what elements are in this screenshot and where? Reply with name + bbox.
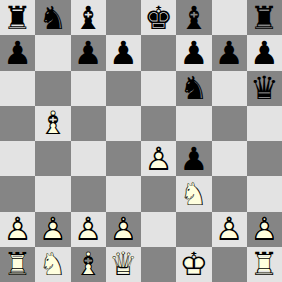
piece-black-pawn[interactable]: ♟: [106, 35, 141, 70]
piece-black-knight[interactable]: ♞: [176, 71, 211, 106]
piece-black-pawn[interactable]: ♟: [0, 35, 35, 70]
square-e7[interactable]: [141, 35, 176, 70]
square-g1[interactable]: [212, 247, 247, 282]
piece-white-pawn[interactable]: ♟: [141, 141, 176, 176]
square-g8[interactable]: [212, 0, 247, 35]
piece-white-knight-outline-icon: ♘: [35, 247, 70, 282]
square-g7[interactable]: ♟: [212, 35, 247, 70]
square-a8[interactable]: ♜: [0, 0, 35, 35]
piece-black-queen[interactable]: ♛: [247, 71, 282, 106]
square-f7[interactable]: ♟: [176, 35, 211, 70]
square-g3[interactable]: [212, 176, 247, 211]
piece-white-bishop-outline-icon: ♗: [35, 106, 70, 141]
square-c5[interactable]: [71, 106, 106, 141]
square-e4[interactable]: ♟♙: [141, 141, 176, 176]
square-e8[interactable]: ♚: [141, 0, 176, 35]
square-b5[interactable]: ♝♗: [35, 106, 70, 141]
piece-white-rook[interactable]: ♜: [0, 247, 35, 282]
piece-white-pawn[interactable]: ♟: [35, 212, 70, 247]
piece-black-knight[interactable]: ♞: [35, 0, 70, 35]
piece-white-pawn-outline-icon: ♙: [0, 212, 35, 247]
square-b3[interactable]: [35, 176, 70, 211]
square-c4[interactable]: [71, 141, 106, 176]
square-e3[interactable]: [141, 176, 176, 211]
piece-white-king[interactable]: ♚: [176, 247, 211, 282]
square-c2[interactable]: ♟♙: [71, 212, 106, 247]
square-c7[interactable]: ♟: [71, 35, 106, 70]
piece-black-bishop[interactable]: ♝: [176, 0, 211, 35]
piece-white-queen[interactable]: ♛: [106, 247, 141, 282]
piece-white-bishop[interactable]: ♝: [35, 106, 70, 141]
square-f1[interactable]: ♚♔: [176, 247, 211, 282]
piece-white-knight[interactable]: ♞: [176, 176, 211, 211]
square-h2[interactable]: ♟♙: [247, 212, 282, 247]
square-d5[interactable]: [106, 106, 141, 141]
square-a5[interactable]: [0, 106, 35, 141]
piece-black-rook[interactable]: ♜: [247, 0, 282, 35]
square-a7[interactable]: ♟: [0, 35, 35, 70]
piece-white-pawn-outline-icon: ♙: [35, 212, 70, 247]
piece-white-pawn[interactable]: ♟: [212, 212, 247, 247]
piece-black-pawn[interactable]: ♟: [176, 35, 211, 70]
square-d4[interactable]: [106, 141, 141, 176]
square-f8[interactable]: ♝: [176, 0, 211, 35]
piece-white-knight-outline-icon: ♘: [176, 176, 211, 211]
square-c1[interactable]: ♝♗: [71, 247, 106, 282]
square-e1[interactable]: [141, 247, 176, 282]
piece-white-knight[interactable]: ♞: [35, 247, 70, 282]
piece-white-pawn[interactable]: ♟: [71, 212, 106, 247]
piece-white-pawn[interactable]: ♟: [247, 212, 282, 247]
piece-black-king[interactable]: ♚: [141, 0, 176, 35]
square-b2[interactable]: ♟♙: [35, 212, 70, 247]
square-d2[interactable]: ♟♙: [106, 212, 141, 247]
square-a3[interactable]: [0, 176, 35, 211]
square-b7[interactable]: [35, 35, 70, 70]
piece-white-bishop[interactable]: ♝: [71, 247, 106, 282]
square-h3[interactable]: [247, 176, 282, 211]
square-h4[interactable]: [247, 141, 282, 176]
square-d6[interactable]: [106, 71, 141, 106]
square-a6[interactable]: [0, 71, 35, 106]
square-b8[interactable]: ♞: [35, 0, 70, 35]
square-c3[interactable]: [71, 176, 106, 211]
chess-board: ♜♞♝♚♝♜♟♟♟♟♟♟♞♛♝♗♟♙♟♞♘♟♙♟♙♟♙♟♙♟♙♟♙♜♖♞♘♝♗♛…: [0, 0, 282, 282]
piece-white-rook[interactable]: ♜: [247, 247, 282, 282]
piece-black-pawn[interactable]: ♟: [176, 141, 211, 176]
square-a2[interactable]: ♟♙: [0, 212, 35, 247]
square-h1[interactable]: ♜♖: [247, 247, 282, 282]
square-d8[interactable]: [106, 0, 141, 35]
piece-white-rook-outline-icon: ♖: [0, 247, 35, 282]
square-f6[interactable]: ♞: [176, 71, 211, 106]
square-d7[interactable]: ♟: [106, 35, 141, 70]
square-b1[interactable]: ♞♘: [35, 247, 70, 282]
piece-white-pawn-outline-icon: ♙: [247, 212, 282, 247]
square-f2[interactable]: [176, 212, 211, 247]
square-e6[interactable]: [141, 71, 176, 106]
square-f3[interactable]: ♞♘: [176, 176, 211, 211]
square-a4[interactable]: [0, 141, 35, 176]
square-f4[interactable]: ♟: [176, 141, 211, 176]
piece-black-pawn[interactable]: ♟: [212, 35, 247, 70]
piece-white-pawn-outline-icon: ♙: [71, 212, 106, 247]
square-f5[interactable]: [176, 106, 211, 141]
square-h7[interactable]: ♟: [247, 35, 282, 70]
piece-black-pawn[interactable]: ♟: [247, 35, 282, 70]
piece-white-pawn[interactable]: ♟: [106, 212, 141, 247]
piece-white-queen-outline-icon: ♕: [106, 247, 141, 282]
square-h5[interactable]: [247, 106, 282, 141]
piece-white-rook-outline-icon: ♖: [247, 247, 282, 282]
square-c6[interactable]: [71, 71, 106, 106]
square-d1[interactable]: ♛♕: [106, 247, 141, 282]
square-d3[interactable]: [106, 176, 141, 211]
square-b6[interactable]: [35, 71, 70, 106]
square-h8[interactable]: ♜: [247, 0, 282, 35]
square-g4[interactable]: [212, 141, 247, 176]
square-a1[interactable]: ♜♖: [0, 247, 35, 282]
piece-white-pawn-outline-icon: ♙: [141, 141, 176, 176]
piece-white-pawn-outline-icon: ♙: [106, 212, 141, 247]
piece-black-bishop[interactable]: ♝: [71, 0, 106, 35]
square-g5[interactable]: [212, 106, 247, 141]
square-g6[interactable]: [212, 71, 247, 106]
square-e5[interactable]: [141, 106, 176, 141]
square-b4[interactable]: [35, 141, 70, 176]
square-h6[interactable]: ♛: [247, 71, 282, 106]
square-e2[interactable]: [141, 212, 176, 247]
piece-white-bishop-outline-icon: ♗: [71, 247, 106, 282]
square-c8[interactable]: ♝: [71, 0, 106, 35]
piece-white-pawn[interactable]: ♟: [0, 212, 35, 247]
square-g2[interactable]: ♟♙: [212, 212, 247, 247]
piece-black-rook[interactable]: ♜: [0, 0, 35, 35]
piece-black-pawn[interactable]: ♟: [71, 35, 106, 70]
piece-white-pawn-outline-icon: ♙: [212, 212, 247, 247]
piece-white-king-outline-icon: ♔: [176, 247, 211, 282]
